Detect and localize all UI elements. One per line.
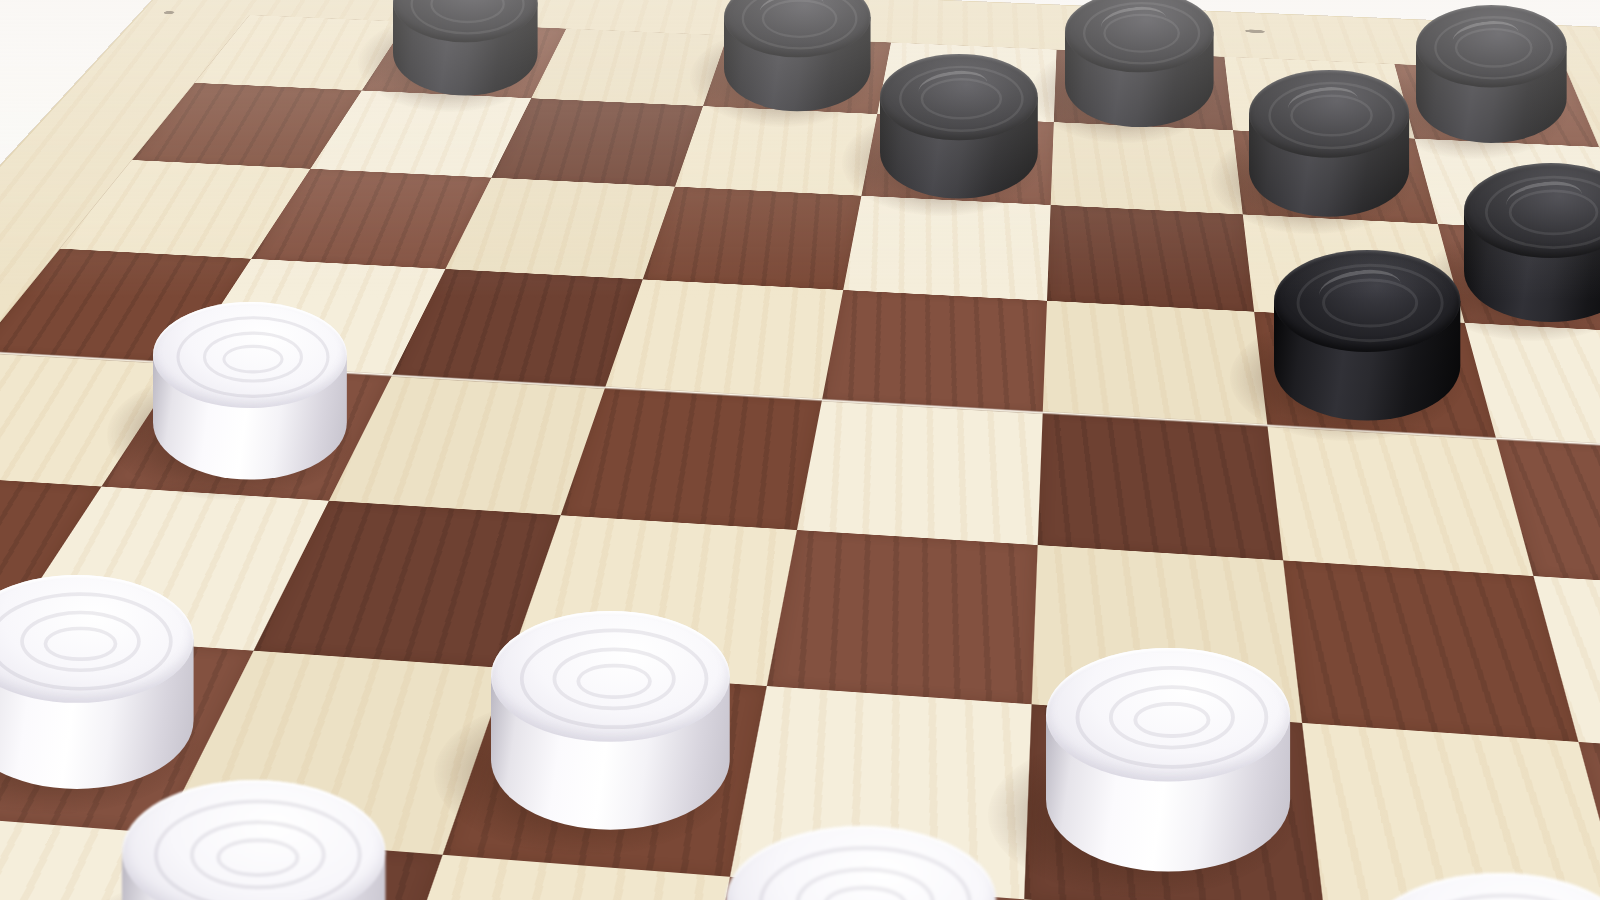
square-f5 [1043,301,1268,426]
square-d3 [508,515,797,686]
square-g5 [1254,312,1496,439]
square-g3 [1283,560,1578,742]
square-c8 [531,29,727,106]
frame-marking [163,11,175,14]
square-g7 [1233,130,1438,224]
square-e3 [767,530,1038,704]
square-f7 [1051,122,1243,214]
square-f4 [1038,413,1283,561]
frame-marking [1245,29,1265,33]
square-e6 [843,196,1050,301]
checkers-board [0,0,1600,900]
square-f6 [1047,205,1254,312]
square-f2 [1024,704,1325,900]
square-e8 [877,43,1056,123]
square-e4 [797,400,1043,545]
square-d6 [643,187,862,290]
square-h8 [1394,64,1599,147]
board-grid [0,15,1600,900]
square-e2 [730,686,1032,899]
square-g4 [1267,425,1533,576]
square-g2 [1302,723,1600,900]
square-d8 [703,36,891,114]
square-d7 [675,106,877,196]
square-d4 [561,388,822,530]
square-f8 [1054,50,1233,131]
square-e7 [861,114,1053,205]
square-c7 [491,98,703,186]
square-g6 [1243,214,1465,322]
square-h7 [1415,139,1600,234]
checkers-board-photo [0,0,1600,900]
square-e5 [822,290,1047,413]
square-f3 [1032,545,1302,723]
square-d5 [605,279,843,400]
frame-marking [1081,22,1103,26]
square-g8 [1224,57,1414,139]
